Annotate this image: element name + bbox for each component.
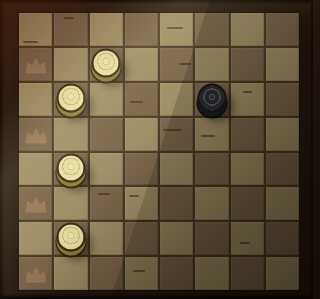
square-r3c1[interactable]	[54, 118, 87, 151]
square-r2c7[interactable]	[266, 83, 299, 116]
square-r1c7[interactable]	[266, 48, 299, 81]
crown-icon	[24, 126, 47, 144]
square-r2c1[interactable]	[54, 83, 87, 116]
square-r1c2[interactable]	[90, 48, 123, 81]
square-r1c0[interactable]	[19, 48, 52, 81]
square-r5c3[interactable]	[125, 187, 158, 220]
square-r7c1[interactable]	[54, 257, 87, 290]
square-r7c7[interactable]	[266, 257, 299, 290]
square-r6c1[interactable]	[54, 222, 87, 255]
square-r7c6[interactable]	[231, 257, 264, 290]
square-r6c5[interactable]	[195, 222, 228, 255]
square-r4c3[interactable]	[125, 153, 158, 186]
square-r4c1[interactable]	[54, 153, 87, 186]
light-piece[interactable]	[56, 153, 85, 182]
square-r1c1[interactable]	[54, 48, 87, 81]
square-r6c4[interactable]	[160, 222, 193, 255]
square-r1c3[interactable]	[125, 48, 158, 81]
square-r3c4[interactable]	[160, 118, 193, 151]
square-r5c5[interactable]	[195, 187, 228, 220]
square-r2c0[interactable]	[19, 83, 52, 116]
square-r2c6[interactable]	[231, 83, 264, 116]
square-r5c2[interactable]	[90, 187, 123, 220]
square-r0c7[interactable]	[266, 13, 299, 46]
square-r3c5[interactable]	[195, 118, 228, 151]
game-window	[0, 0, 320, 299]
square-r7c0[interactable]	[19, 257, 52, 290]
square-r1c6[interactable]	[231, 48, 264, 81]
frame-right-edge	[311, 0, 320, 299]
square-r7c4[interactable]	[160, 257, 193, 290]
square-r1c5[interactable]	[195, 48, 228, 81]
square-r2c4[interactable]	[160, 83, 193, 116]
square-r7c3[interactable]	[125, 257, 158, 290]
square-r5c0[interactable]	[19, 187, 52, 220]
crown-icon	[24, 195, 47, 213]
square-r0c3[interactable]	[125, 13, 158, 46]
square-r3c0[interactable]	[19, 118, 52, 151]
square-r4c7[interactable]	[266, 153, 299, 186]
square-r2c3[interactable]	[125, 83, 158, 116]
square-r0c6[interactable]	[231, 13, 264, 46]
dark-piece[interactable]	[197, 83, 226, 112]
square-r6c7[interactable]	[266, 222, 299, 255]
square-r6c3[interactable]	[125, 222, 158, 255]
square-r5c6[interactable]	[231, 187, 264, 220]
crown-icon	[24, 265, 47, 283]
square-r3c2[interactable]	[90, 118, 123, 151]
square-r4c6[interactable]	[231, 153, 264, 186]
square-r4c5[interactable]	[195, 153, 228, 186]
checkers-board	[18, 12, 300, 291]
square-r6c6[interactable]	[231, 222, 264, 255]
square-r0c1[interactable]	[54, 13, 87, 46]
square-r3c7[interactable]	[266, 118, 299, 151]
light-piece[interactable]	[56, 83, 85, 112]
square-r0c2[interactable]	[90, 13, 123, 46]
square-r6c0[interactable]	[19, 222, 52, 255]
square-r6c2[interactable]	[90, 222, 123, 255]
square-r5c4[interactable]	[160, 187, 193, 220]
square-r2c5[interactable]	[195, 83, 228, 116]
square-r7c5[interactable]	[195, 257, 228, 290]
square-r0c0[interactable]	[19, 13, 52, 46]
square-r2c2[interactable]	[90, 83, 123, 116]
square-r3c6[interactable]	[231, 118, 264, 151]
square-r0c4[interactable]	[160, 13, 193, 46]
square-r0c5[interactable]	[195, 13, 228, 46]
light-piece[interactable]	[56, 223, 85, 252]
square-r7c2[interactable]	[90, 257, 123, 290]
crown-icon	[24, 56, 47, 74]
square-r4c4[interactable]	[160, 153, 193, 186]
square-r4c2[interactable]	[90, 153, 123, 186]
square-r3c3[interactable]	[125, 118, 158, 151]
square-r5c1[interactable]	[54, 187, 87, 220]
square-r1c4[interactable]	[160, 48, 193, 81]
square-r4c0[interactable]	[19, 153, 52, 186]
light-piece[interactable]	[92, 48, 121, 77]
square-r5c7[interactable]	[266, 187, 299, 220]
